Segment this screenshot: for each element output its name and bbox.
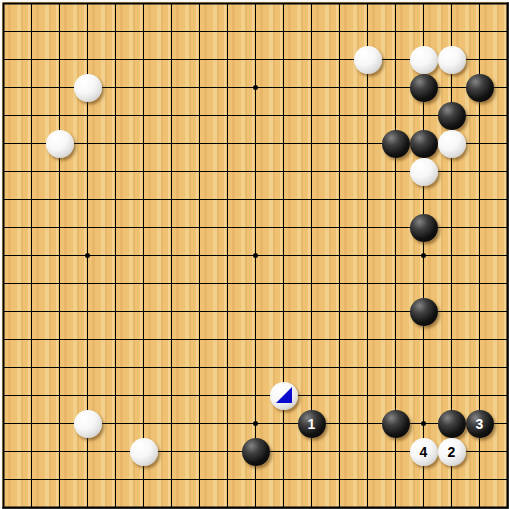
- stone-black[interactable]: 3: [466, 410, 494, 438]
- stone-white[interactable]: [270, 382, 298, 410]
- stone-black[interactable]: [382, 410, 410, 438]
- triangle-marker-icon: [276, 387, 292, 403]
- go-board[interactable]: 1342: [0, 0, 509, 509]
- stone-black[interactable]: [410, 298, 438, 326]
- stone-white[interactable]: [74, 410, 102, 438]
- stone-white[interactable]: [410, 158, 438, 186]
- stone-black[interactable]: [410, 214, 438, 242]
- stone-black[interactable]: 1: [298, 410, 326, 438]
- stone-white[interactable]: [74, 74, 102, 102]
- star-point: [421, 421, 426, 426]
- move-number-label: 3: [466, 410, 494, 438]
- stone-white[interactable]: [438, 46, 466, 74]
- stone-black[interactable]: [466, 74, 494, 102]
- stone-white[interactable]: [438, 130, 466, 158]
- stone-black[interactable]: [410, 130, 438, 158]
- star-point: [421, 253, 426, 258]
- stone-white[interactable]: 2: [438, 438, 466, 466]
- stone-white[interactable]: [130, 438, 158, 466]
- stone-white[interactable]: 4: [410, 438, 438, 466]
- stone-black[interactable]: [438, 410, 466, 438]
- move-number-label: 1: [298, 410, 326, 438]
- stone-black[interactable]: [382, 130, 410, 158]
- stone-black[interactable]: [242, 438, 270, 466]
- move-number-label: 2: [438, 438, 466, 466]
- stone-black[interactable]: [438, 102, 466, 130]
- star-point: [253, 421, 258, 426]
- star-point: [253, 253, 258, 258]
- move-number-label: 4: [410, 438, 438, 466]
- star-point: [85, 253, 90, 258]
- stone-white[interactable]: [46, 130, 74, 158]
- stone-white[interactable]: [410, 46, 438, 74]
- stone-white[interactable]: [354, 46, 382, 74]
- stone-black[interactable]: [410, 74, 438, 102]
- star-point: [253, 85, 258, 90]
